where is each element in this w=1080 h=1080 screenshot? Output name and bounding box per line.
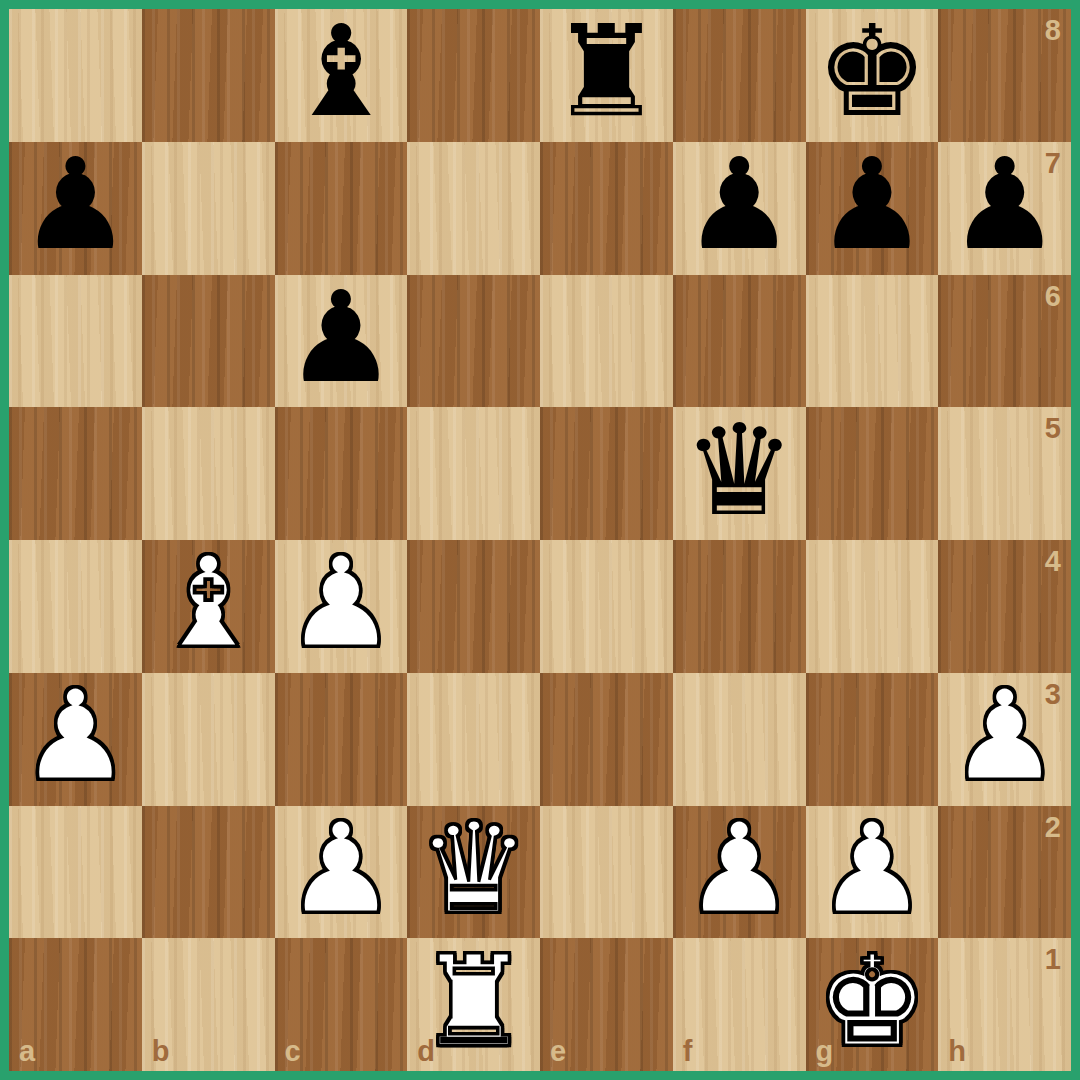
square-a8[interactable] bbox=[9, 9, 142, 142]
file-label-b: b bbox=[152, 1037, 170, 1066]
square-c1[interactable]: c bbox=[275, 938, 408, 1071]
square-g3[interactable] bbox=[806, 673, 939, 806]
square-a4[interactable] bbox=[9, 540, 142, 673]
black-rook[interactable]: ♜ bbox=[540, 9, 673, 139]
black-pawn[interactable]: ♟ bbox=[9, 142, 142, 272]
square-g5[interactable] bbox=[806, 407, 939, 540]
square-d4[interactable] bbox=[407, 540, 540, 673]
square-f5[interactable]: ♛ bbox=[673, 407, 806, 540]
square-e1[interactable]: e bbox=[540, 938, 673, 1071]
square-a5[interactable] bbox=[9, 407, 142, 540]
file-label-h: h bbox=[948, 1037, 966, 1066]
square-f6[interactable] bbox=[673, 275, 806, 408]
file-label-e: e bbox=[550, 1037, 566, 1066]
square-b6[interactable] bbox=[142, 275, 275, 408]
white-pawn[interactable]: ♟ bbox=[275, 806, 408, 936]
square-a3[interactable]: ♟ bbox=[9, 673, 142, 806]
rank-label-2: 2 bbox=[1045, 813, 1061, 842]
square-g8[interactable]: ♚ bbox=[806, 9, 939, 142]
file-label-c: c bbox=[285, 1037, 301, 1066]
white-pawn[interactable]: ♟ bbox=[9, 673, 142, 803]
square-b5[interactable] bbox=[142, 407, 275, 540]
square-c7[interactable] bbox=[275, 142, 408, 275]
square-a6[interactable] bbox=[9, 275, 142, 408]
file-label-f: f bbox=[683, 1037, 693, 1066]
square-d6[interactable] bbox=[407, 275, 540, 408]
square-g4[interactable] bbox=[806, 540, 939, 673]
square-b2[interactable] bbox=[142, 806, 275, 939]
file-label-a: a bbox=[19, 1037, 35, 1066]
square-h8[interactable]: 8 bbox=[938, 9, 1071, 142]
chess-board: ♝♜♚8♟♟♟♟7♟6♛5♝♟4♟♟3♟♛♟♟2abc♜def♚gh1 bbox=[9, 9, 1071, 1071]
rank-label-1: 1 bbox=[1045, 945, 1061, 974]
square-b7[interactable] bbox=[142, 142, 275, 275]
white-bishop[interactable]: ♝ bbox=[142, 540, 275, 670]
square-a7[interactable]: ♟ bbox=[9, 142, 142, 275]
square-d1[interactable]: ♜d bbox=[407, 938, 540, 1071]
white-pawn[interactable]: ♟ bbox=[275, 540, 408, 670]
square-h2[interactable]: 2 bbox=[938, 806, 1071, 939]
square-a2[interactable] bbox=[9, 806, 142, 939]
square-f8[interactable] bbox=[673, 9, 806, 142]
square-d5[interactable] bbox=[407, 407, 540, 540]
square-f2[interactable]: ♟ bbox=[673, 806, 806, 939]
rank-label-8: 8 bbox=[1045, 16, 1061, 45]
square-f4[interactable] bbox=[673, 540, 806, 673]
square-e4[interactable] bbox=[540, 540, 673, 673]
white-rook[interactable]: ♜ bbox=[407, 938, 540, 1068]
square-c5[interactable] bbox=[275, 407, 408, 540]
square-c2[interactable]: ♟ bbox=[275, 806, 408, 939]
square-h1[interactable]: h1 bbox=[938, 938, 1071, 1071]
white-pawn[interactable]: ♟ bbox=[673, 806, 806, 936]
square-f3[interactable] bbox=[673, 673, 806, 806]
black-queen[interactable]: ♛ bbox=[673, 407, 806, 537]
square-g2[interactable]: ♟ bbox=[806, 806, 939, 939]
square-d3[interactable] bbox=[407, 673, 540, 806]
square-b8[interactable] bbox=[142, 9, 275, 142]
square-c6[interactable]: ♟ bbox=[275, 275, 408, 408]
square-c3[interactable] bbox=[275, 673, 408, 806]
black-pawn[interactable]: ♟ bbox=[806, 142, 939, 272]
square-c4[interactable]: ♟ bbox=[275, 540, 408, 673]
square-g7[interactable]: ♟ bbox=[806, 142, 939, 275]
white-queen[interactable]: ♛ bbox=[407, 806, 540, 936]
square-f7[interactable]: ♟ bbox=[673, 142, 806, 275]
square-f1[interactable]: f bbox=[673, 938, 806, 1071]
rank-label-5: 5 bbox=[1045, 414, 1061, 443]
white-pawn[interactable]: ♟ bbox=[938, 673, 1071, 803]
square-h3[interactable]: ♟3 bbox=[938, 673, 1071, 806]
square-d8[interactable] bbox=[407, 9, 540, 142]
rank-label-4: 4 bbox=[1045, 547, 1061, 576]
board-frame: ♝♜♚8♟♟♟♟7♟6♛5♝♟4♟♟3♟♛♟♟2abc♜def♚gh1 bbox=[0, 0, 1080, 1080]
rank-label-6: 6 bbox=[1045, 282, 1061, 311]
square-b3[interactable] bbox=[142, 673, 275, 806]
square-h7[interactable]: ♟7 bbox=[938, 142, 1071, 275]
white-pawn[interactable]: ♟ bbox=[806, 806, 939, 936]
square-b4[interactable]: ♝ bbox=[142, 540, 275, 673]
square-a1[interactable]: a bbox=[9, 938, 142, 1071]
square-e2[interactable] bbox=[540, 806, 673, 939]
black-pawn[interactable]: ♟ bbox=[938, 142, 1071, 272]
square-b1[interactable]: b bbox=[142, 938, 275, 1071]
square-g6[interactable] bbox=[806, 275, 939, 408]
square-e6[interactable] bbox=[540, 275, 673, 408]
black-pawn[interactable]: ♟ bbox=[673, 142, 806, 272]
white-king[interactable]: ♚ bbox=[806, 938, 939, 1068]
square-e7[interactable] bbox=[540, 142, 673, 275]
black-bishop[interactable]: ♝ bbox=[275, 9, 408, 139]
square-e8[interactable]: ♜ bbox=[540, 9, 673, 142]
square-e3[interactable] bbox=[540, 673, 673, 806]
square-h4[interactable]: 4 bbox=[938, 540, 1071, 673]
black-pawn[interactable]: ♟ bbox=[275, 275, 408, 405]
square-d7[interactable] bbox=[407, 142, 540, 275]
square-e5[interactable] bbox=[540, 407, 673, 540]
square-g1[interactable]: ♚g bbox=[806, 938, 939, 1071]
square-d2[interactable]: ♛ bbox=[407, 806, 540, 939]
black-king[interactable]: ♚ bbox=[806, 9, 939, 139]
square-h5[interactable]: 5 bbox=[938, 407, 1071, 540]
square-h6[interactable]: 6 bbox=[938, 275, 1071, 408]
square-c8[interactable]: ♝ bbox=[275, 9, 408, 142]
